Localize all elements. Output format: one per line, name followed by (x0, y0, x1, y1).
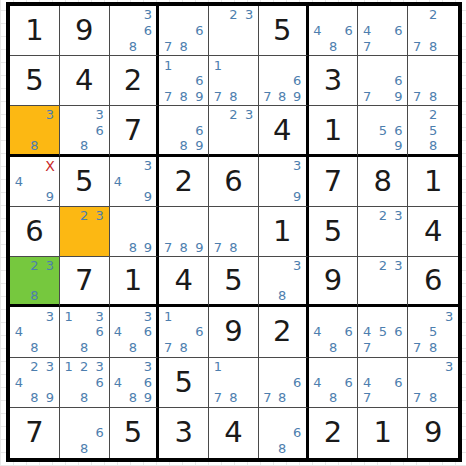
candidate-digit: 2 (76, 359, 92, 375)
empty-candidate-slot (76, 224, 92, 240)
candidate-digit: 7 (160, 239, 176, 255)
candidate-grid: 23 (60, 207, 109, 256)
cell-r3c5[interactable]: 23 (209, 106, 259, 156)
empty-candidate-slot (176, 324, 192, 340)
candidate-digit: 8 (27, 390, 43, 406)
empty-candidate-slot (42, 374, 58, 390)
candidate-digit: 9 (192, 138, 208, 153)
candidate-digit: 8 (27, 288, 43, 303)
cell-r9c7[interactable]: 2 (309, 408, 359, 458)
candidate-grid: 3468 (110, 307, 157, 356)
solved-digit: 5 (60, 157, 109, 206)
candidate-grid: 1368 (60, 307, 109, 356)
empty-candidate-slot (441, 57, 457, 73)
candidate-digit: 1 (61, 308, 77, 324)
empty-candidate-slot (160, 23, 176, 39)
cell-r3c6[interactable]: 4 (259, 106, 309, 156)
empty-candidate-slot (375, 73, 391, 89)
candidate-digit: 9 (290, 189, 305, 205)
empty-candidate-slot (275, 189, 290, 205)
candidate-digit: 8 (76, 138, 92, 153)
empty-candidate-slot (375, 374, 391, 390)
cell-r8c7[interactable]: 468 (309, 358, 359, 408)
empty-candidate-slot (192, 208, 208, 224)
cell-r4c4[interactable]: 2 (159, 157, 209, 207)
empty-candidate-slot (160, 73, 176, 89)
empty-candidate-slot (391, 239, 407, 255)
cell-r7c5[interactable]: 9 (209, 307, 259, 357)
empty-candidate-slot (425, 73, 441, 89)
solved-digit: 1 (358, 408, 407, 458)
candidate-digit: 3 (140, 158, 155, 174)
cell-r6c3[interactable]: 1 (110, 257, 160, 307)
empty-candidate-slot (241, 208, 257, 224)
candidate-grid: 16789 (159, 56, 208, 105)
solved-digit: 1 (408, 157, 458, 206)
cell-r2c5[interactable]: 178 (209, 56, 259, 106)
empty-candidate-slot (391, 273, 407, 288)
cell-r3c4[interactable]: 689 (159, 106, 209, 156)
candidate-digit: 8 (76, 390, 92, 406)
cell-r5c1[interactable]: 6 (10, 207, 60, 257)
empty-candidate-slot (111, 239, 126, 255)
candidate-digit: 4 (310, 324, 326, 340)
empty-candidate-slot (275, 273, 290, 288)
empty-candidate-slot (341, 308, 357, 324)
empty-candidate-slot (359, 239, 375, 255)
candidate-grid: 468 (309, 358, 358, 407)
empty-candidate-slot (241, 38, 257, 54)
cell-r5c2[interactable]: 23 (60, 207, 110, 257)
empty-candidate-slot (125, 374, 140, 390)
solved-digit: 5 (110, 408, 157, 458)
solved-digit: 4 (259, 106, 306, 153)
candidate-digit: 6 (140, 23, 155, 39)
cell-r4c5[interactable]: 6 (209, 157, 259, 207)
empty-candidate-slot (425, 374, 441, 390)
cell-r2c3[interactable]: 2 (110, 56, 160, 106)
candidate-digit: 4 (111, 324, 126, 340)
cell-r6c1[interactable]: 238 (10, 257, 60, 307)
candidate-digit: 3 (92, 107, 108, 122)
empty-candidate-slot (359, 308, 375, 324)
empty-candidate-slot (425, 57, 441, 73)
cell-r5c7[interactable]: 5 (309, 207, 359, 257)
candidate-digit: 9 (290, 89, 305, 105)
candidate-digit: 7 (160, 89, 176, 105)
candidate-digit: 6 (290, 374, 305, 390)
cell-r5c6[interactable]: 1 (259, 207, 309, 257)
empty-candidate-slot (260, 158, 275, 174)
cell-r8c9[interactable]: 378 (408, 358, 458, 408)
candidate-digit: 3 (42, 359, 58, 375)
empty-candidate-slot (441, 138, 457, 153)
cell-r3c8[interactable]: 569 (358, 106, 408, 156)
empty-candidate-slot (111, 7, 126, 23)
empty-candidate-slot (441, 123, 457, 138)
candidate-digit: 1 (160, 308, 176, 324)
candidate-grid: X49 (10, 157, 59, 206)
empty-candidate-slot (425, 308, 441, 324)
empty-candidate-slot (125, 7, 140, 23)
candidate-digit: 8 (425, 89, 441, 105)
cell-r2c4[interactable]: 16789 (159, 56, 209, 106)
candidate-digit: 6 (92, 123, 108, 138)
solved-digit: 2 (309, 408, 358, 458)
empty-candidate-slot (359, 57, 375, 73)
empty-candidate-slot (27, 123, 43, 138)
candidate-grid: 38 (10, 106, 59, 153)
cell-r7c1[interactable]: 348 (10, 307, 60, 357)
candidate-digit: 9 (391, 89, 407, 105)
candidate-digit: 8 (425, 390, 441, 406)
candidate-digit: 8 (425, 138, 441, 153)
empty-candidate-slot (61, 208, 77, 224)
empty-candidate-slot (359, 123, 375, 138)
solved-digit: 2 (259, 307, 306, 356)
cell-r2c7[interactable]: 3 (309, 56, 359, 106)
cell-r1c8[interactable]: 467 (358, 6, 408, 56)
cell-r8c3[interactable]: 34689 (110, 358, 160, 408)
candidate-digit: 8 (125, 340, 140, 356)
candidate-digit: 6 (290, 425, 305, 441)
candidate-digit: 7 (260, 390, 275, 406)
cell-r4c2[interactable]: 5 (60, 157, 110, 207)
candidate-grid: 1678 (159, 307, 208, 356)
cell-r1c1[interactable]: 1 (10, 6, 60, 56)
empty-candidate-slot (260, 409, 275, 425)
empty-candidate-slot (42, 288, 58, 303)
cell-r6c7[interactable]: 9 (309, 257, 359, 307)
candidate-digit: 8 (125, 239, 140, 255)
empty-candidate-slot (61, 123, 77, 138)
solved-digit: 6 (10, 207, 59, 256)
eliminated-candidate-x: X (42, 158, 58, 174)
empty-candidate-slot (11, 340, 27, 356)
solved-digit: 1 (309, 106, 358, 153)
empty-candidate-slot (61, 324, 77, 340)
candidate-digit: 4 (359, 23, 375, 39)
candidate-digit: 9 (192, 239, 208, 255)
candidate-digit: 8 (176, 89, 192, 105)
empty-candidate-slot (76, 409, 92, 425)
empty-candidate-slot (27, 374, 43, 390)
empty-candidate-slot (359, 224, 375, 240)
empty-candidate-slot (210, 73, 226, 89)
candidate-digit: 7 (409, 340, 425, 356)
empty-candidate-slot (290, 288, 305, 303)
candidate-digit: 3 (42, 308, 58, 324)
candidate-grid: 679 (358, 56, 407, 105)
cell-r4c6[interactable]: 39 (259, 157, 309, 207)
candidate-digit: 1 (210, 359, 226, 375)
empty-candidate-slot (375, 340, 391, 356)
empty-candidate-slot (61, 239, 77, 255)
empty-candidate-slot (409, 23, 425, 39)
solved-digit: 5 (159, 358, 208, 407)
cell-r4c1[interactable]: X49 (10, 157, 60, 207)
cell-r8c1[interactable]: 23489 (10, 358, 60, 408)
empty-candidate-slot (391, 340, 407, 356)
empty-candidate-slot (111, 359, 126, 375)
empty-candidate-slot (11, 123, 27, 138)
candidate-digit: 6 (92, 324, 108, 340)
cell-r5c9[interactable]: 4 (408, 207, 458, 257)
cell-r3c1[interactable]: 38 (10, 106, 60, 156)
cell-r6c2[interactable]: 7 (60, 257, 110, 307)
cell-r8c6[interactable]: 678 (259, 358, 309, 408)
cell-r4c9[interactable]: 1 (408, 157, 458, 207)
empty-candidate-slot (125, 189, 140, 205)
empty-candidate-slot (241, 123, 257, 138)
cell-r7c4[interactable]: 1678 (159, 307, 209, 357)
empty-candidate-slot (176, 208, 192, 224)
cell-r9c4[interactable]: 3 (159, 408, 209, 458)
empty-candidate-slot (275, 158, 290, 174)
candidate-grid: 78 (408, 56, 458, 105)
cell-r1c2[interactable]: 9 (60, 6, 110, 56)
cell-r8c5[interactable]: 178 (209, 358, 259, 408)
candidate-digit: 3 (441, 308, 457, 324)
empty-candidate-slot (260, 189, 275, 205)
cell-r1c3[interactable]: 368 (110, 6, 160, 56)
empty-candidate-slot (125, 158, 140, 174)
cell-r7c2[interactable]: 1368 (60, 307, 110, 357)
empty-candidate-slot (409, 138, 425, 153)
cell-r1c5[interactable]: 23 (209, 6, 259, 56)
solved-digit: 1 (110, 257, 157, 304)
cell-r8c2[interactable]: 12368 (60, 358, 110, 408)
candidate-digit: 7 (409, 390, 425, 406)
candidate-digit: 8 (27, 340, 43, 356)
candidate-grid: 378 (408, 358, 458, 407)
empty-candidate-slot (11, 273, 27, 288)
candidate-digit: 3 (290, 258, 305, 273)
candidate-grid: 238 (10, 257, 59, 304)
candidate-digit: 6 (391, 23, 407, 39)
empty-candidate-slot (11, 258, 27, 273)
empty-candidate-slot (125, 359, 140, 375)
empty-candidate-slot (391, 390, 407, 406)
candidate-digit: 2 (27, 258, 43, 273)
empty-candidate-slot (409, 57, 425, 73)
cell-r9c9[interactable]: 9 (408, 408, 458, 458)
candidate-grid: 258 (408, 106, 458, 153)
solved-digit: 3 (309, 56, 358, 105)
candidate-grid: 368 (110, 6, 157, 55)
candidate-digit: 1 (210, 57, 226, 73)
empty-candidate-slot (441, 89, 457, 105)
candidate-digit: 1 (61, 359, 77, 375)
cell-r5c4[interactable]: 789 (159, 207, 209, 257)
solved-digit: 5 (10, 56, 59, 105)
empty-candidate-slot (192, 340, 208, 356)
empty-candidate-slot (125, 224, 140, 240)
empty-candidate-slot (391, 308, 407, 324)
solved-digit: 9 (309, 257, 358, 304)
candidate-digit: 6 (391, 123, 407, 138)
candidate-digit: 8 (325, 38, 341, 54)
solved-digit: 1 (10, 6, 59, 55)
empty-candidate-slot (441, 324, 457, 340)
empty-candidate-slot (111, 224, 126, 240)
solved-digit: 3 (159, 408, 208, 458)
empty-candidate-slot (76, 107, 92, 122)
empty-candidate-slot (275, 409, 290, 425)
cell-r2c2[interactable]: 4 (60, 56, 110, 106)
empty-candidate-slot (192, 224, 208, 240)
cell-r8c4[interactable]: 5 (159, 358, 209, 408)
candidate-digit: 6 (391, 374, 407, 390)
cell-r9c3[interactable]: 5 (110, 408, 160, 458)
candidate-grid: 467 (358, 358, 407, 407)
candidate-digit: 6 (192, 324, 208, 340)
cell-r2c8[interactable]: 679 (358, 56, 408, 106)
empty-candidate-slot (310, 359, 326, 375)
candidate-digit: 4 (11, 324, 27, 340)
solved-digit: 4 (209, 408, 258, 458)
candidate-grid: 178 (209, 358, 258, 407)
empty-candidate-slot (111, 308, 126, 324)
cell-r7c7[interactable]: 468 (309, 307, 359, 357)
cell-r7c3[interactable]: 3468 (110, 307, 160, 357)
empty-candidate-slot (125, 173, 140, 189)
candidate-digit: 3 (241, 107, 257, 122)
empty-candidate-slot (241, 374, 257, 390)
empty-candidate-slot (375, 23, 391, 39)
empty-candidate-slot (260, 359, 275, 375)
candidate-digit: 8 (226, 89, 242, 105)
cell-r9c2[interactable]: 68 (60, 408, 110, 458)
cell-r2c1[interactable]: 5 (10, 56, 60, 106)
cell-r4c7[interactable]: 7 (309, 157, 359, 207)
empty-candidate-slot (341, 38, 357, 54)
cell-r7c6[interactable]: 2 (259, 307, 309, 357)
candidate-grid: 3578 (408, 307, 458, 356)
cell-r1c6[interactable]: 5 (259, 6, 309, 56)
empty-candidate-slot (375, 359, 391, 375)
empty-candidate-slot (210, 208, 226, 224)
empty-candidate-slot (310, 390, 326, 406)
empty-candidate-slot (226, 224, 242, 240)
empty-candidate-slot (192, 38, 208, 54)
cell-r3c3[interactable]: 7 (110, 106, 160, 156)
candidate-digit: 6 (92, 425, 108, 441)
cell-r6c4[interactable]: 4 (159, 257, 209, 307)
empty-candidate-slot (409, 73, 425, 89)
empty-candidate-slot (160, 7, 176, 23)
empty-candidate-slot (61, 374, 77, 390)
candidate-digit: 6 (341, 324, 357, 340)
candidate-digit: 9 (140, 390, 155, 406)
empty-candidate-slot (140, 340, 155, 356)
cell-r7c8[interactable]: 4567 (358, 307, 408, 357)
empty-candidate-slot (125, 308, 140, 324)
candidate-digit: 6 (140, 374, 155, 390)
cell-r6c8[interactable]: 23 (358, 257, 408, 307)
solved-digit: 9 (209, 307, 258, 356)
candidate-digit: 8 (176, 38, 192, 54)
cell-r1c4[interactable]: 678 (159, 6, 209, 56)
empty-candidate-slot (27, 158, 43, 174)
candidate-digit: 6 (92, 374, 108, 390)
empty-candidate-slot (42, 340, 58, 356)
empty-candidate-slot (76, 308, 92, 324)
candidate-digit: 4 (310, 23, 326, 39)
empty-candidate-slot (11, 359, 27, 375)
candidate-grid: 678 (259, 358, 306, 407)
candidate-digit: 2 (375, 208, 391, 224)
empty-candidate-slot (441, 340, 457, 356)
cell-r3c9[interactable]: 258 (408, 106, 458, 156)
candidate-digit: 8 (226, 239, 242, 255)
cell-r2c9[interactable]: 78 (408, 56, 458, 106)
candidate-digit: 8 (176, 138, 192, 153)
cell-r8c8[interactable]: 467 (358, 358, 408, 408)
cell-r6c6[interactable]: 38 (259, 257, 309, 307)
empty-candidate-slot (290, 409, 305, 425)
solved-digit: 9 (408, 408, 458, 458)
cell-r5c8[interactable]: 23 (358, 207, 408, 257)
cell-r5c3[interactable]: 89 (110, 207, 160, 257)
candidate-digit: 4 (11, 374, 27, 390)
cell-r4c3[interactable]: 349 (110, 157, 160, 207)
empty-candidate-slot (260, 273, 275, 288)
candidate-digit: 4 (11, 173, 27, 189)
cell-r9c1[interactable]: 7 (10, 408, 60, 458)
cell-r2c6[interactable]: 6789 (259, 56, 309, 106)
cell-r1c9[interactable]: 278 (408, 6, 458, 56)
cell-r4c8[interactable]: 8 (358, 157, 408, 207)
empty-candidate-slot (210, 7, 226, 23)
empty-candidate-slot (111, 38, 126, 54)
empty-candidate-slot (92, 239, 108, 255)
empty-candidate-slot (42, 173, 58, 189)
empty-candidate-slot (409, 374, 425, 390)
empty-candidate-slot (176, 23, 192, 39)
cell-r5c5[interactable]: 78 (209, 207, 259, 257)
cell-r9c6[interactable]: 68 (259, 408, 309, 458)
candidate-digit: 4 (111, 374, 126, 390)
cell-r1c7[interactable]: 468 (309, 6, 359, 56)
cell-r9c8[interactable]: 1 (358, 408, 408, 458)
cell-r6c5[interactable]: 5 (209, 257, 259, 307)
candidate-digit: 2 (425, 7, 441, 23)
empty-candidate-slot (290, 173, 305, 189)
candidate-grid: 12368 (60, 358, 109, 407)
cell-r9c5[interactable]: 4 (209, 408, 259, 458)
empty-candidate-slot (61, 390, 77, 406)
empty-candidate-slot (391, 38, 407, 54)
empty-candidate-slot (359, 273, 375, 288)
empty-candidate-slot (441, 374, 457, 390)
sudoku-app-background: 1936867823546846727854216789178678936797… (0, 0, 466, 466)
empty-candidate-slot (76, 425, 92, 441)
cell-r3c2[interactable]: 368 (60, 106, 110, 156)
candidate-grid: 6789 (259, 56, 306, 105)
cell-r7c9[interactable]: 3578 (408, 307, 458, 357)
cell-r6c9[interactable]: 6 (408, 257, 458, 307)
empty-candidate-slot (375, 308, 391, 324)
cell-r3c7[interactable]: 1 (309, 106, 359, 156)
candidate-digit: 8 (325, 340, 341, 356)
candidate-digit: 8 (176, 239, 192, 255)
candidate-digit: 4 (359, 324, 375, 340)
candidate-digit: 3 (140, 359, 155, 375)
empty-candidate-slot (409, 7, 425, 23)
empty-candidate-slot (11, 390, 27, 406)
candidate-digit: 1 (160, 57, 176, 73)
